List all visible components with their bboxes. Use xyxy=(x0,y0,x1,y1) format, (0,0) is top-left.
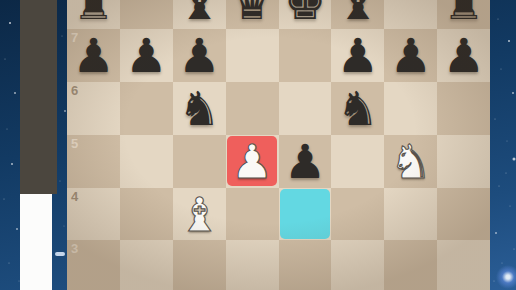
square-f6[interactable]: ♞ xyxy=(331,82,384,135)
square-c5[interactable] xyxy=(173,135,226,188)
square-e5[interactable]: ♟ xyxy=(279,135,332,188)
square-c8[interactable]: ♝ xyxy=(173,0,226,29)
small-bright-star xyxy=(55,252,65,256)
black-queen-d8[interactable]: ♛ xyxy=(226,0,279,29)
square-c7[interactable]: ♟ xyxy=(173,29,226,82)
square-c3[interactable] xyxy=(173,240,226,290)
square-b8[interactable] xyxy=(120,0,173,29)
square-f5[interactable] xyxy=(331,135,384,188)
square-d7[interactable] xyxy=(226,29,279,82)
square-e7[interactable] xyxy=(279,29,332,82)
square-b6[interactable] xyxy=(120,82,173,135)
square-g3[interactable] xyxy=(384,240,437,290)
white-knight-g5[interactable]: ♞ xyxy=(384,135,437,188)
square-c6[interactable]: ♞ xyxy=(173,82,226,135)
square-f7[interactable]: ♟ xyxy=(331,29,384,82)
cyan-highlight-e4 xyxy=(280,189,330,239)
black-pawn-a7[interactable]: ♟ xyxy=(67,29,120,82)
square-g6[interactable] xyxy=(384,82,437,135)
chess-board: ♜♝♛♚♝♜7♟♟♟♟♟♟6♞♞5♟♟♞4♝3 xyxy=(67,0,490,290)
black-rook-a8[interactable]: ♜ xyxy=(67,0,120,29)
square-d8[interactable]: ♛ xyxy=(226,0,279,29)
square-c4[interactable]: ♝ xyxy=(173,188,226,241)
square-f4[interactable] xyxy=(331,188,384,241)
square-b4[interactable] xyxy=(120,188,173,241)
square-h3[interactable] xyxy=(437,240,490,290)
square-a3[interactable]: 3 xyxy=(67,240,120,290)
white-bishop-c4[interactable]: ♝ xyxy=(173,188,226,241)
square-a5[interactable]: 5 xyxy=(67,135,120,188)
square-a7[interactable]: 7♟ xyxy=(67,29,120,82)
black-bishop-c8[interactable]: ♝ xyxy=(173,0,226,29)
rank-label-4: 4 xyxy=(71,189,78,204)
black-pawn-f7[interactable]: ♟ xyxy=(331,29,384,82)
square-g4[interactable] xyxy=(384,188,437,241)
square-g5[interactable]: ♞ xyxy=(384,135,437,188)
square-b3[interactable] xyxy=(120,240,173,290)
square-e3[interactable] xyxy=(279,240,332,290)
square-g7[interactable]: ♟ xyxy=(384,29,437,82)
square-a6[interactable]: 6 xyxy=(67,82,120,135)
black-pawn-c7[interactable]: ♟ xyxy=(173,29,226,82)
square-d3[interactable] xyxy=(226,240,279,290)
black-pawn-g7[interactable]: ♟ xyxy=(384,29,437,82)
square-d6[interactable] xyxy=(226,82,279,135)
square-b5[interactable] xyxy=(120,135,173,188)
black-pawn-b7[interactable]: ♟ xyxy=(120,29,173,82)
square-h5[interactable] xyxy=(437,135,490,188)
square-h8[interactable]: ♜ xyxy=(437,0,490,29)
square-e4[interactable] xyxy=(279,188,332,241)
rank-label-3: 3 xyxy=(71,241,78,256)
black-knight-c6[interactable]: ♞ xyxy=(173,82,226,135)
square-a4[interactable]: 4 xyxy=(67,188,120,241)
bright-star-glow xyxy=(495,264,516,290)
square-d5[interactable]: ♟ xyxy=(226,135,279,188)
square-f8[interactable]: ♝ xyxy=(331,0,384,29)
black-rook-h8[interactable]: ♜ xyxy=(437,0,490,29)
square-d4[interactable] xyxy=(226,188,279,241)
square-e8[interactable]: ♚ xyxy=(279,0,332,29)
black-pawn-h7[interactable]: ♟ xyxy=(437,29,490,82)
black-pawn-e5[interactable]: ♟ xyxy=(279,135,332,188)
square-f3[interactable] xyxy=(331,240,384,290)
square-b7[interactable]: ♟ xyxy=(120,29,173,82)
square-h4[interactable] xyxy=(437,188,490,241)
rank-label-6: 6 xyxy=(71,83,78,98)
starfield-right xyxy=(0,0,2,2)
square-a8[interactable]: ♜ xyxy=(67,0,120,29)
left-white-panel xyxy=(20,194,52,290)
white-pawn-d5[interactable]: ♟ xyxy=(226,135,279,188)
square-g8[interactable] xyxy=(384,0,437,29)
black-king-e8[interactable]: ♚ xyxy=(279,0,332,29)
square-h6[interactable] xyxy=(437,82,490,135)
rank-label-5: 5 xyxy=(71,136,78,151)
black-knight-f6[interactable]: ♞ xyxy=(331,82,384,135)
square-h7[interactable]: ♟ xyxy=(437,29,490,82)
black-bishop-f8[interactable]: ♝ xyxy=(331,0,384,29)
left-gray-panel xyxy=(20,0,57,194)
square-e6[interactable] xyxy=(279,82,332,135)
